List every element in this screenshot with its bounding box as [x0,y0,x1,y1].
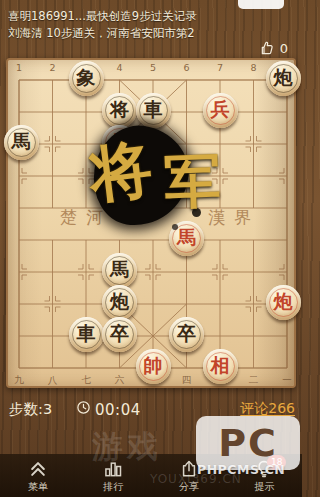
piece-black-炮-f9r0[interactable]: 炮 [266,61,301,96]
piece-red-炮-f9r7[interactable]: 炮 [266,285,301,320]
nav-item-hint[interactable]: 提示 18 [234,459,294,494]
nav-item-menu[interactable]: 菜单 [8,459,68,494]
river-label-left: 楚河 [60,206,112,229]
file-label-bottom: 九 [10,374,28,387]
file-label-bottom: 六 [111,374,129,387]
piece-black-卒-f4r8[interactable]: 卒 [102,317,137,352]
nav-item-ranking[interactable]: 排行 [83,459,143,494]
piece-black-炮-f4r7[interactable]: 炮 [102,285,137,320]
like-button[interactable]: 0 [259,40,288,56]
like-count: 0 [280,41,288,56]
file-label-top: 1 [10,62,28,73]
piece-black-馬-f4r6[interactable]: 馬 [102,253,137,288]
piece-black-車-f5r1[interactable]: 車 [136,93,171,128]
file-label-top: 4 [111,62,129,73]
river-label-right: 漢界 [208,206,260,229]
nav-label-hint: 提示 [254,480,274,494]
bottom-nav-bar: 菜单 排行 分享 提示 18 [0,454,302,497]
file-label-bottom: 二 [245,374,263,387]
piece-red-兵-f4r2[interactable]: 兵 [102,125,137,160]
file-label-bottom: 七 [77,374,95,387]
share-icon [178,459,200,479]
ranking-icon [102,459,124,479]
piece-black-卒-f6r8[interactable]: 卒 [169,317,204,352]
file-label-top: 7 [211,62,229,73]
file-label-top: 6 [178,62,196,73]
piece-black-象-f3r0[interactable]: 象 [69,61,104,96]
menu-up-icon [27,459,49,479]
comments-link[interactable]: 评论266 [240,400,295,418]
xiangqi-board[interactable]: 123456789 九八七六五四三二一 楚河 漢界 象炮将車兵馬兵馬馬炮炮車卒卒… [6,58,296,388]
piece-red-兵-f7r1[interactable]: 兵 [203,93,238,128]
hint-badge: 18 [267,455,286,470]
file-label-top: 8 [245,62,263,73]
nav-label-menu: 菜单 [28,480,48,494]
nav-label-ranking: 排行 [103,480,123,494]
piece-black-将-f4r1[interactable]: 将 [102,93,137,128]
hud-bar: 步数:3 00:04 评论266 [0,398,302,420]
clock-icon [76,400,91,419]
piece-red-相-f7r9[interactable]: 相 [203,349,238,384]
toast-remnant [238,0,284,9]
file-label-top: 5 [144,62,162,73]
announcement-line-2: 刘海清 10步通关，河南省安阳市第2 [8,26,296,41]
piece-black-車-f3r8[interactable]: 車 [69,317,104,352]
announcement-line-1: 喜明186991...最快创造9步过关记录 [8,9,296,24]
piece-red-馬-f6r5[interactable]: 馬 [169,221,204,256]
thumbs-up-icon [259,40,275,56]
file-label-bottom: 四 [178,374,196,387]
step-counter: 步数:3 [9,400,52,419]
file-label-bottom: 一 [278,374,296,387]
file-label-bottom: 八 [44,374,62,387]
timer-value: 00:04 [95,401,141,419]
file-label-top: 2 [44,62,62,73]
piece-black-馬-f1r2[interactable]: 馬 [4,125,39,160]
nav-label-share: 分享 [179,480,199,494]
nav-item-share[interactable]: 分享 [159,459,219,494]
piece-red-帥-f5r9[interactable]: 帥 [136,349,171,384]
